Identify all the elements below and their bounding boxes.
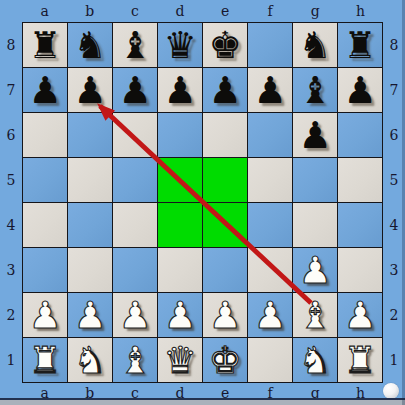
rank-label-4: 4	[1, 203, 21, 248]
square-e3[interactable]	[203, 248, 247, 292]
square-b1[interactable]: ♞	[68, 338, 112, 382]
file-label-e: e	[203, 1, 248, 21]
piece-white-queen[interactable]: ♛	[158, 338, 202, 382]
rank-label-8: 8	[1, 22, 21, 67]
square-a6[interactable]	[23, 113, 67, 157]
square-f5[interactable]	[248, 158, 292, 202]
rank-label-2: 2	[384, 293, 404, 338]
piece-black-bishop[interactable]: ♝	[113, 23, 157, 67]
square-b7[interactable]: ♟	[68, 68, 112, 112]
square-f3[interactable]	[248, 248, 292, 292]
square-b2[interactable]: ♟	[68, 293, 112, 337]
square-g2[interactable]: ♝	[293, 293, 337, 337]
square-h2[interactable]: ♟	[338, 293, 382, 337]
piece-white-pawn[interactable]: ♟	[158, 293, 202, 337]
square-f4[interactable]	[248, 203, 292, 247]
square-c8[interactable]: ♝	[113, 23, 157, 67]
rank-label-8: 8	[384, 22, 404, 67]
piece-black-pawn[interactable]: ♟	[68, 68, 112, 112]
square-a7[interactable]: ♟	[23, 68, 67, 112]
square-h5[interactable]	[338, 158, 382, 202]
rank-label-6: 6	[1, 112, 21, 157]
piece-black-rook[interactable]: ♜	[338, 23, 382, 67]
piece-white-rook[interactable]: ♜	[338, 338, 382, 382]
square-b5[interactable]	[68, 158, 112, 202]
square-b4[interactable]	[68, 203, 112, 247]
chess-board-widget: abcdefgh abcdefgh 87654321 87654321 ♜♞♝♛…	[0, 0, 405, 405]
piece-black-pawn[interactable]: ♟	[203, 68, 247, 112]
piece-black-rook[interactable]: ♜	[23, 23, 67, 67]
square-h7[interactable]: ♟	[338, 68, 382, 112]
square-f8[interactable]	[248, 23, 292, 67]
square-d6[interactable]	[158, 113, 202, 157]
piece-black-pawn[interactable]: ♟	[338, 68, 382, 112]
rank-label-5: 5	[384, 157, 404, 202]
piece-black-pawn[interactable]: ♟	[158, 68, 202, 112]
square-f7[interactable]: ♟	[248, 68, 292, 112]
square-f1[interactable]	[248, 338, 292, 382]
piece-white-pawn[interactable]: ♟	[23, 293, 67, 337]
square-e5[interactable]	[203, 158, 247, 202]
piece-white-pawn[interactable]: ♟	[248, 293, 292, 337]
square-d5[interactable]	[158, 158, 202, 202]
file-label-b: b	[67, 1, 112, 21]
file-labels-top: abcdefgh	[22, 1, 383, 21]
square-c5[interactable]	[113, 158, 157, 202]
square-e4[interactable]	[203, 203, 247, 247]
rank-labels-left: 87654321	[1, 22, 21, 383]
piece-black-knight[interactable]: ♞	[293, 23, 337, 67]
square-e7[interactable]: ♟	[203, 68, 247, 112]
piece-white-king[interactable]: ♚	[203, 338, 247, 382]
white-to-move-indicator	[383, 383, 399, 399]
square-g8[interactable]: ♞	[293, 23, 337, 67]
square-h6[interactable]	[338, 113, 382, 157]
square-a5[interactable]	[23, 158, 67, 202]
piece-black-king[interactable]: ♚	[203, 23, 247, 67]
rank-labels-right: 87654321	[384, 22, 404, 383]
rank-label-7: 7	[1, 67, 21, 112]
square-e2[interactable]: ♟	[203, 293, 247, 337]
piece-white-pawn[interactable]: ♟	[293, 248, 337, 292]
rank-label-3: 3	[1, 248, 21, 293]
square-f6[interactable]	[248, 113, 292, 157]
rank-label-7: 7	[384, 67, 404, 112]
piece-white-pawn[interactable]: ♟	[203, 293, 247, 337]
square-h1[interactable]: ♜	[338, 338, 382, 382]
piece-white-pawn[interactable]: ♟	[113, 293, 157, 337]
square-h4[interactable]	[338, 203, 382, 247]
piece-black-pawn[interactable]: ♟	[293, 113, 337, 157]
square-a2[interactable]: ♟	[23, 293, 67, 337]
square-g7[interactable]: ♝	[293, 68, 337, 112]
square-h8[interactable]: ♜	[338, 23, 382, 67]
rank-label-4: 4	[384, 203, 404, 248]
piece-black-bishop[interactable]: ♝	[293, 68, 337, 112]
square-h3[interactable]	[338, 248, 382, 292]
file-label-h: h	[338, 1, 383, 21]
square-e6[interactable]	[203, 113, 247, 157]
square-g4[interactable]	[293, 203, 337, 247]
square-d3[interactable]	[158, 248, 202, 292]
file-label-d: d	[157, 1, 202, 21]
piece-white-knight[interactable]: ♞	[68, 338, 112, 382]
square-g1[interactable]: ♞	[293, 338, 337, 382]
square-a1[interactable]: ♜	[23, 338, 67, 382]
square-c7[interactable]: ♟	[113, 68, 157, 112]
square-d2[interactable]: ♟	[158, 293, 202, 337]
rank-label-1: 1	[1, 338, 21, 383]
piece-black-pawn[interactable]: ♟	[23, 68, 67, 112]
rank-label-3: 3	[384, 248, 404, 293]
rank-label-6: 6	[384, 112, 404, 157]
square-d7[interactable]: ♟	[158, 68, 202, 112]
piece-black-pawn[interactable]: ♟	[113, 68, 157, 112]
piece-white-rook[interactable]: ♜	[23, 338, 67, 382]
file-label-a: a	[22, 1, 67, 21]
piece-white-knight[interactable]: ♞	[293, 338, 337, 382]
square-c2[interactable]: ♟	[113, 293, 157, 337]
piece-black-knight[interactable]: ♞	[68, 23, 112, 67]
square-d8[interactable]: ♛	[158, 23, 202, 67]
piece-black-pawn[interactable]: ♟	[248, 68, 292, 112]
square-e8[interactable]: ♚	[203, 23, 247, 67]
piece-white-pawn[interactable]: ♟	[338, 293, 382, 337]
file-label-f: f	[248, 1, 293, 21]
file-label-g: g	[293, 1, 338, 21]
square-d4[interactable]	[158, 203, 202, 247]
file-label-c: c	[112, 1, 157, 21]
rank-label-1: 1	[384, 338, 404, 383]
square-b3[interactable]	[68, 248, 112, 292]
chess-board: ♜♞♝♛♚♞♜♟♟♟♟♟♟♝♟♟♟♟♟♟♟♟♟♝♟♜♞♝♛♚♞♜	[22, 22, 383, 383]
square-c6[interactable]	[113, 113, 157, 157]
square-g5[interactable]	[293, 158, 337, 202]
square-c3[interactable]	[113, 248, 157, 292]
piece-black-queen[interactable]: ♛	[158, 23, 202, 67]
square-c4[interactable]	[113, 203, 157, 247]
square-g6[interactable]: ♟	[293, 113, 337, 157]
square-a4[interactable]	[23, 203, 67, 247]
square-b6[interactable]	[68, 113, 112, 157]
piece-white-bishop[interactable]: ♝	[113, 338, 157, 382]
square-a8[interactable]: ♜	[23, 23, 67, 67]
square-c1[interactable]: ♝	[113, 338, 157, 382]
square-g3[interactable]: ♟	[293, 248, 337, 292]
square-f2[interactable]: ♟	[248, 293, 292, 337]
piece-white-bishop[interactable]: ♝	[293, 293, 337, 337]
square-a3[interactable]	[23, 248, 67, 292]
piece-white-pawn[interactable]: ♟	[68, 293, 112, 337]
window-edge-strip	[0, 400, 405, 405]
rank-label-2: 2	[1, 293, 21, 338]
square-e1[interactable]: ♚	[203, 338, 247, 382]
square-b8[interactable]: ♞	[68, 23, 112, 67]
rank-label-5: 5	[1, 157, 21, 202]
square-d1[interactable]: ♛	[158, 338, 202, 382]
